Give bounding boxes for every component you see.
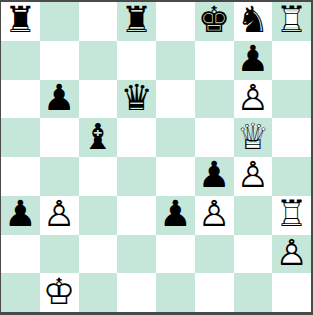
piece-black-pawn[interactable]: ♟ <box>1 196 40 235</box>
board-grid: ♜♜♚♞♜♖♟♟♛♟♙♝♛♕♟♟♙♟♟♙♟♟♙♜♖♟♙♚♔ <box>1 2 311 312</box>
black-knight-glyph: ♞ <box>234 2 273 41</box>
square-c3[interactable] <box>79 196 118 235</box>
square-f3[interactable]: ♟♙ <box>195 196 234 235</box>
black-pawn-glyph: ♟ <box>1 196 40 235</box>
black-rook-glyph: ♜ <box>1 2 40 41</box>
square-d5[interactable] <box>117 118 156 157</box>
square-h4[interactable] <box>272 157 311 196</box>
white-pawn-outline: ♙ <box>234 80 273 119</box>
white-pawn-outline: ♙ <box>40 196 79 235</box>
piece-white-pawn[interactable]: ♟♙ <box>234 157 273 196</box>
square-c1[interactable] <box>79 273 118 312</box>
black-pawn-glyph: ♟ <box>234 41 273 80</box>
square-c8[interactable] <box>79 2 118 41</box>
square-d1[interactable] <box>117 273 156 312</box>
square-h8[interactable]: ♜♖ <box>272 2 311 41</box>
piece-black-rook[interactable]: ♜ <box>1 2 40 41</box>
piece-white-pawn[interactable]: ♟♙ <box>40 196 79 235</box>
square-a4[interactable] <box>1 157 40 196</box>
square-c2[interactable] <box>79 235 118 274</box>
square-e7[interactable] <box>156 41 195 80</box>
black-bishop-glyph: ♝ <box>79 118 118 157</box>
square-g5[interactable]: ♛♕ <box>234 118 273 157</box>
square-b2[interactable] <box>40 235 79 274</box>
square-h7[interactable] <box>272 41 311 80</box>
square-d4[interactable] <box>117 157 156 196</box>
square-b3[interactable]: ♟♙ <box>40 196 79 235</box>
square-f8[interactable]: ♚ <box>195 2 234 41</box>
square-b1[interactable]: ♚♔ <box>40 273 79 312</box>
square-e1[interactable] <box>156 273 195 312</box>
square-f6[interactable] <box>195 80 234 119</box>
square-g7[interactable]: ♟ <box>234 41 273 80</box>
square-h3[interactable]: ♜♖ <box>272 196 311 235</box>
piece-white-rook[interactable]: ♜♖ <box>272 2 311 41</box>
square-h1[interactable] <box>272 273 311 312</box>
square-f7[interactable] <box>195 41 234 80</box>
square-a1[interactable] <box>1 273 40 312</box>
square-c4[interactable] <box>79 157 118 196</box>
white-pawn-outline: ♙ <box>272 235 311 274</box>
square-a7[interactable] <box>1 41 40 80</box>
square-e2[interactable] <box>156 235 195 274</box>
square-h2[interactable]: ♟♙ <box>272 235 311 274</box>
square-d7[interactable] <box>117 41 156 80</box>
square-e5[interactable] <box>156 118 195 157</box>
black-rook-glyph: ♜ <box>117 2 156 41</box>
piece-black-pawn[interactable]: ♟ <box>40 80 79 119</box>
square-e8[interactable] <box>156 2 195 41</box>
piece-black-king[interactable]: ♚ <box>195 2 234 41</box>
square-a2[interactable] <box>1 235 40 274</box>
square-g6[interactable]: ♟♙ <box>234 80 273 119</box>
white-rook-outline: ♖ <box>272 2 311 41</box>
square-d2[interactable] <box>117 235 156 274</box>
square-a3[interactable]: ♟ <box>1 196 40 235</box>
square-d8[interactable]: ♜ <box>117 2 156 41</box>
square-e4[interactable] <box>156 157 195 196</box>
square-g4[interactable]: ♟♙ <box>234 157 273 196</box>
square-e6[interactable] <box>156 80 195 119</box>
piece-white-pawn[interactable]: ♟♙ <box>195 196 234 235</box>
piece-black-pawn[interactable]: ♟ <box>234 41 273 80</box>
square-a8[interactable]: ♜ <box>1 2 40 41</box>
piece-black-rook[interactable]: ♜ <box>117 2 156 41</box>
piece-black-queen[interactable]: ♛ <box>117 80 156 119</box>
square-h6[interactable] <box>272 80 311 119</box>
square-a6[interactable] <box>1 80 40 119</box>
square-c5[interactable]: ♝ <box>79 118 118 157</box>
square-h5[interactable] <box>272 118 311 157</box>
square-f5[interactable] <box>195 118 234 157</box>
white-queen-outline: ♕ <box>234 118 273 157</box>
black-king-glyph: ♚ <box>195 2 234 41</box>
square-b7[interactable] <box>40 41 79 80</box>
square-c7[interactable] <box>79 41 118 80</box>
square-d3[interactable] <box>117 196 156 235</box>
piece-black-bishop[interactable]: ♝ <box>79 118 118 157</box>
piece-black-knight[interactable]: ♞ <box>234 2 273 41</box>
square-b4[interactable] <box>40 157 79 196</box>
piece-white-rook[interactable]: ♜♖ <box>272 196 311 235</box>
square-f1[interactable] <box>195 273 234 312</box>
square-f2[interactable] <box>195 235 234 274</box>
piece-black-pawn[interactable]: ♟ <box>195 157 234 196</box>
chess-board: ♜♜♚♞♜♖♟♟♛♟♙♝♛♕♟♟♙♟♟♙♟♟♙♜♖♟♙♚♔ <box>0 0 313 315</box>
square-c6[interactable] <box>79 80 118 119</box>
black-pawn-glyph: ♟ <box>195 157 234 196</box>
black-pawn-glyph: ♟ <box>156 196 195 235</box>
square-g8[interactable]: ♞ <box>234 2 273 41</box>
square-b6[interactable]: ♟ <box>40 80 79 119</box>
square-f4[interactable]: ♟ <box>195 157 234 196</box>
white-pawn-outline: ♙ <box>195 196 234 235</box>
white-pawn-outline: ♙ <box>234 157 273 196</box>
square-d6[interactable]: ♛ <box>117 80 156 119</box>
piece-white-queen[interactable]: ♛♕ <box>234 118 273 157</box>
black-queen-glyph: ♛ <box>117 80 156 119</box>
square-e3[interactable]: ♟ <box>156 196 195 235</box>
black-pawn-glyph: ♟ <box>40 80 79 119</box>
square-g2[interactable] <box>234 235 273 274</box>
square-b5[interactable] <box>40 118 79 157</box>
white-king-outline: ♔ <box>40 273 79 312</box>
white-rook-outline: ♖ <box>272 196 311 235</box>
piece-white-king[interactable]: ♚♔ <box>40 273 79 312</box>
piece-white-pawn[interactable]: ♟♙ <box>234 80 273 119</box>
square-a5[interactable] <box>1 118 40 157</box>
square-g1[interactable] <box>234 273 273 312</box>
piece-black-pawn[interactable]: ♟ <box>156 196 195 235</box>
square-b8[interactable] <box>40 2 79 41</box>
piece-white-pawn[interactable]: ♟♙ <box>272 235 311 274</box>
square-g3[interactable] <box>234 196 273 235</box>
